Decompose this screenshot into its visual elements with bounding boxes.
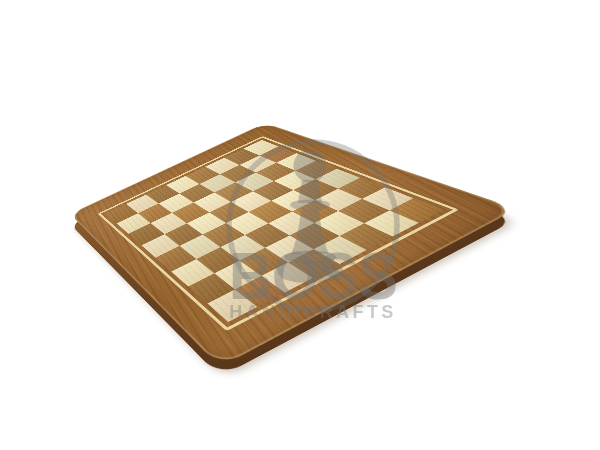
board-squares xyxy=(106,140,444,322)
chess-board xyxy=(0,0,600,450)
product-photo: BOSS HANDICRAFTS xyxy=(0,0,600,450)
